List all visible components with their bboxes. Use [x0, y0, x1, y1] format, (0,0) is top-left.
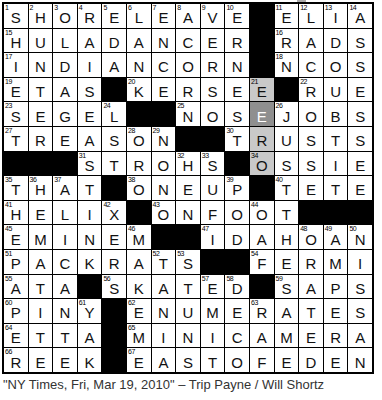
cell-r12c5[interactable]: 56S [102, 275, 126, 299]
letter-r15c4: K [85, 355, 95, 370]
cell-r7c4[interactable]: 31S [78, 152, 102, 176]
letter-r3c4: I [88, 59, 92, 74]
clue-number-1: 1 [5, 4, 8, 12]
cell-r4c1[interactable]: 19E [4, 78, 28, 102]
cell-r4c6[interactable]: 20K [127, 78, 151, 102]
puzzle-caption: "NY Times, Fri, Mar 19, 2010" – Trip Pay… [3, 377, 324, 393]
letter-r8c7: N [158, 182, 169, 197]
cell-r14c7[interactable]: I [152, 324, 176, 348]
cell-r6c12[interactable]: U [275, 127, 299, 151]
cell-r2c1[interactable]: 15H [4, 29, 28, 53]
cell-r11c5[interactable]: R [102, 250, 126, 274]
cell-r8c8[interactable]: E [176, 176, 200, 200]
letter-r2c5: D [109, 35, 120, 50]
letter-r11c7: T [159, 256, 168, 271]
cell-r2c12[interactable]: 16R [275, 29, 299, 53]
black-cell-r7c1 [4, 152, 28, 176]
letter-r3c1: I [14, 59, 18, 74]
cell-r9c4[interactable]: I [78, 201, 102, 225]
cell-r13c10[interactable]: E [225, 299, 249, 323]
cell-r8c6[interactable]: 38O [127, 176, 151, 200]
cell-r1c14[interactable]: 13I [324, 4, 348, 28]
cell-r5c2[interactable]: E [29, 102, 53, 126]
cell-r14c8[interactable]: N [176, 324, 200, 348]
clue-number-23: 23 [5, 102, 12, 110]
cell-r7c7[interactable]: O [152, 152, 176, 176]
cell-r5c11[interactable]: E [250, 102, 274, 126]
cell-r10c3[interactable]: I [53, 225, 77, 249]
cell-r8c10[interactable]: 39P [225, 176, 249, 200]
cell-r5c9[interactable]: O [201, 102, 225, 126]
cell-r3c1[interactable]: 17I [4, 53, 28, 77]
clue-number-16: 16 [276, 29, 283, 37]
cell-r11c1[interactable]: 51P [4, 250, 28, 274]
letter-r11c5: R [109, 256, 120, 271]
cell-r3c4[interactable]: I [78, 53, 102, 77]
cell-r1c6[interactable]: 6L [127, 4, 151, 28]
cell-r12c13[interactable]: A [299, 275, 323, 299]
cell-r7c11[interactable]: 34O [250, 152, 274, 176]
cell-r11c6[interactable]: A [127, 250, 151, 274]
cell-r9c1[interactable]: 41H [4, 201, 28, 225]
cell-r2c8[interactable]: C [176, 29, 200, 53]
black-cell-r12c11 [250, 275, 274, 299]
cell-r10c11[interactable]: A [250, 225, 274, 249]
cell-r10c6[interactable]: 46M [127, 225, 151, 249]
cell-r12c2[interactable]: T [29, 275, 53, 299]
letter-r2c10: R [232, 35, 243, 50]
clue-number-41: 41 [5, 201, 12, 209]
cell-r15c11[interactable]: F [250, 348, 274, 372]
letter-r2c2: U [35, 35, 46, 50]
letter-r4c6: K [134, 84, 144, 99]
cell-r14c11[interactable]: A [250, 324, 274, 348]
clue-number-40: 40 [276, 176, 283, 184]
letter-r13c8: U [183, 305, 194, 320]
cell-r7c15[interactable]: E [348, 152, 372, 176]
letter-r10c4: N [84, 232, 95, 247]
cell-r10c15[interactable]: 50N [348, 225, 372, 249]
cell-r12c14[interactable]: P [324, 275, 348, 299]
cell-r12c9[interactable]: 57E [201, 275, 225, 299]
letter-r7c13: S [306, 158, 316, 173]
clue-number-19: 19 [5, 78, 12, 86]
cell-r4c3[interactable]: A [53, 78, 77, 102]
black-cell-r7c10 [225, 152, 249, 176]
cell-r15c1[interactable]: 66R [4, 348, 28, 372]
clue-number-67: 67 [128, 348, 135, 356]
letter-r12c12: S [281, 281, 291, 296]
cell-r3c14[interactable]: O [324, 53, 348, 77]
letter-r14c12: M [280, 330, 293, 345]
cell-r4c4[interactable]: S [78, 78, 102, 102]
clue-number-31: 31 [79, 152, 86, 160]
cell-r1c13[interactable]: 12L [299, 4, 323, 28]
cell-r10c5[interactable]: E [102, 225, 126, 249]
letter-r6c14: T [331, 133, 340, 148]
clue-number-37: 37 [54, 176, 61, 184]
letter-r5c15: S [355, 109, 365, 124]
cell-r3c6[interactable]: N [127, 53, 151, 77]
cell-r13c15[interactable]: S [348, 299, 372, 323]
cell-r6c3[interactable]: E [53, 127, 77, 151]
cell-r8c9[interactable]: U [201, 176, 225, 200]
cell-r5c12[interactable]: 26J [275, 102, 299, 126]
cell-r9c7[interactable]: 43O [152, 201, 176, 225]
cell-r14c14[interactable]: R [324, 324, 348, 348]
letter-r5c10: S [232, 109, 242, 124]
cell-r12c15[interactable]: S [348, 275, 372, 299]
cell-r15c10[interactable]: O [225, 348, 249, 372]
cell-r8c14[interactable]: T [324, 176, 348, 200]
letter-r14c11: A [257, 330, 267, 345]
cell-r2c6[interactable]: A [127, 29, 151, 53]
cell-r6c6[interactable]: 28O [127, 127, 151, 151]
cell-r14c3[interactable]: T [53, 324, 77, 348]
clue-number-21: 21 [251, 78, 258, 86]
cell-r10c9[interactable]: 47I [201, 225, 225, 249]
cell-r13c9[interactable]: M [201, 299, 225, 323]
cell-r5c5[interactable]: 24L [102, 102, 126, 126]
cell-r1c8[interactable]: 8A [176, 4, 200, 28]
cell-r5c1[interactable]: 23S [4, 102, 28, 126]
cell-r4c11[interactable]: 21E [250, 78, 274, 102]
letter-r6c12: U [281, 133, 292, 148]
cell-r13c13[interactable]: T [299, 299, 323, 323]
letter-r12c9: E [208, 281, 218, 296]
letter-r1c5: E [109, 10, 119, 25]
cell-r3c12[interactable]: 18N [275, 53, 299, 77]
black-cell-r11c10 [225, 250, 249, 274]
letter-r9c5: X [109, 207, 119, 222]
cell-r1c9[interactable]: 9V [201, 4, 225, 28]
clue-number-2: 2 [30, 4, 33, 12]
letter-r4c11: E [257, 84, 267, 99]
cell-r9c10[interactable]: O [225, 201, 249, 225]
letter-r12c1: A [11, 281, 21, 296]
cell-r3c5[interactable]: A [102, 53, 126, 77]
cell-r11c11[interactable]: 54F [250, 250, 274, 274]
cell-r5c15[interactable]: S [348, 102, 372, 126]
letter-r7c14: I [334, 158, 338, 173]
letter-r8c4: T [85, 182, 94, 197]
black-cell-r9c6 [127, 201, 151, 225]
letter-r3c9: R [207, 59, 218, 74]
letter-r1c8: A [183, 10, 193, 25]
cell-r1c12[interactable]: 11E [275, 4, 299, 28]
cell-r8c2[interactable]: 36H [29, 176, 53, 200]
cell-r10c12[interactable]: H [275, 225, 299, 249]
cell-r15c14[interactable]: E [324, 348, 348, 372]
cell-r13c1[interactable]: 60P [4, 299, 28, 323]
cell-r14c9[interactable]: I [201, 324, 225, 348]
cell-r15c12[interactable]: E [275, 348, 299, 372]
cell-r8c3[interactable]: 37A [53, 176, 77, 200]
cell-r2c5[interactable]: D [102, 29, 126, 53]
letter-r13c15: S [355, 305, 365, 320]
cell-r3c2[interactable]: N [29, 53, 53, 77]
cell-r6c11[interactable]: R [250, 127, 274, 151]
cell-r13c4[interactable]: 61Y [78, 299, 102, 323]
clue-number-51: 51 [5, 250, 12, 258]
letter-r11c4: K [85, 256, 95, 271]
letter-r4c14: U [330, 84, 341, 99]
letter-r5c9: O [207, 109, 219, 124]
letter-r11c3: C [60, 256, 71, 271]
cell-r5c8[interactable]: 25N [176, 102, 200, 126]
letter-r15c8: S [183, 355, 193, 370]
cell-r6c4[interactable]: A [78, 127, 102, 151]
cell-r7c5[interactable]: T [102, 152, 126, 176]
cell-r15c7[interactable]: A [152, 348, 176, 372]
cell-r15c2[interactable]: E [29, 348, 53, 372]
cell-r11c7[interactable]: 52T [152, 250, 176, 274]
cell-r9c8[interactable]: N [176, 201, 200, 225]
cell-r7c13[interactable]: S [299, 152, 323, 176]
cell-r4c7[interactable]: E [152, 78, 176, 102]
cell-r3c3[interactable]: D [53, 53, 77, 77]
cell-r15c13[interactable]: D [299, 348, 323, 372]
letter-r6c3: E [60, 133, 70, 148]
cell-r1c15[interactable]: 14A [348, 4, 372, 28]
cell-r12c12[interactable]: 59S [275, 275, 299, 299]
cell-r3c9[interactable]: R [201, 53, 225, 77]
cell-r14c15[interactable]: A [348, 324, 372, 348]
cell-r5c14[interactable]: B [324, 102, 348, 126]
letter-r14c7: I [161, 330, 165, 345]
cell-r10c13[interactable]: 48O [299, 225, 323, 249]
cell-r6c14[interactable]: T [324, 127, 348, 151]
cell-r13c2[interactable]: I [29, 299, 53, 323]
cell-r2c13[interactable]: A [299, 29, 323, 53]
clue-number-63: 63 [251, 299, 258, 307]
cell-r2c9[interactable]: E [201, 29, 225, 53]
cell-r2c10[interactable]: R [225, 29, 249, 53]
cell-r14c2[interactable]: T [29, 324, 53, 348]
letter-r2c15: S [355, 35, 365, 50]
black-cell-r9c14 [324, 201, 348, 225]
cell-r4c10[interactable]: E [225, 78, 249, 102]
letter-r12c6: K [134, 281, 144, 296]
cell-r10c14[interactable]: 49A [324, 225, 348, 249]
letter-r13c3: N [60, 305, 71, 320]
cell-r5c4[interactable]: E [78, 102, 102, 126]
cell-r6c10[interactable]: 30T [225, 127, 249, 151]
cell-r3c10[interactable]: N [225, 53, 249, 77]
cell-r4c15[interactable]: E [348, 78, 372, 102]
cell-r11c4[interactable]: K [78, 250, 102, 274]
cell-r11c15[interactable]: I [348, 250, 372, 274]
cell-r1c3[interactable]: 3O [53, 4, 77, 28]
letter-r13c7: N [158, 305, 169, 320]
cell-r9c2[interactable]: E [29, 201, 53, 225]
cell-r14c13[interactable]: E [299, 324, 323, 348]
letter-r1c7: E [158, 10, 168, 25]
cell-r8c4[interactable]: T [78, 176, 102, 200]
cell-r1c7[interactable]: 7E [152, 4, 176, 28]
letter-r4c15: E [355, 84, 365, 99]
clue-number-53: 53 [177, 250, 184, 258]
cell-r15c3[interactable]: E [53, 348, 77, 372]
cell-r2c4[interactable]: A [78, 29, 102, 53]
cell-r8c15[interactable]: E [348, 176, 372, 200]
cell-r2c2[interactable]: U [29, 29, 53, 53]
cell-r5c13[interactable]: O [299, 102, 323, 126]
cell-r6c1[interactable]: 27T [4, 127, 28, 151]
cell-r9c9[interactable]: F [201, 201, 225, 225]
cell-r11c2[interactable]: A [29, 250, 53, 274]
cell-r2c15[interactable]: S [348, 29, 372, 53]
cell-r13c7[interactable]: N [152, 299, 176, 323]
cell-r4c13[interactable]: 22R [299, 78, 323, 102]
cell-r3c15[interactable]: S [348, 53, 372, 77]
black-cell-r11c9 [201, 250, 225, 274]
black-cell-r4c5 [102, 78, 126, 102]
cell-r13c3[interactable]: N [53, 299, 77, 323]
cell-r9c5[interactable]: 42X [102, 201, 126, 225]
cell-r11c13[interactable]: R [299, 250, 323, 274]
cell-r6c15[interactable]: S [348, 127, 372, 151]
letter-r4c1: E [11, 84, 21, 99]
cell-r3c13[interactable]: C [299, 53, 323, 77]
clue-number-6: 6 [128, 4, 131, 12]
cell-r4c9[interactable]: S [201, 78, 225, 102]
black-cell-r10c8 [176, 225, 200, 249]
cell-r4c14[interactable]: U [324, 78, 348, 102]
cell-r7c8[interactable]: 32H [176, 152, 200, 176]
cell-r2c14[interactable]: D [324, 29, 348, 53]
letter-r3c8: O [182, 59, 194, 74]
cell-r1c1[interactable]: 1S [4, 4, 28, 28]
letter-r1c12: E [281, 10, 291, 25]
cell-r7c12[interactable]: S [275, 152, 299, 176]
black-cell-r6c9 [201, 127, 225, 151]
cell-r2c7[interactable]: N [152, 29, 176, 53]
cell-r8c12[interactable]: 40T [275, 176, 299, 200]
cell-r13c14[interactable]: E [324, 299, 348, 323]
cell-r15c4[interactable]: K [78, 348, 102, 372]
cell-r11c3[interactable]: C [53, 250, 77, 274]
letter-r10c3: I [63, 232, 67, 247]
cell-r14c12[interactable]: M [275, 324, 299, 348]
cell-r2c3[interactable]: L [53, 29, 77, 53]
cell-r13c12[interactable]: A [275, 299, 299, 323]
letter-r8c2: H [35, 182, 46, 197]
letter-r3c7: C [158, 59, 169, 74]
letter-r10c12: H [281, 232, 292, 247]
clue-number-59: 59 [276, 275, 283, 283]
cell-r14c10[interactable]: C [225, 324, 249, 348]
cell-r1c10[interactable]: 10E [225, 4, 249, 28]
letter-r6c6: O [133, 133, 145, 148]
cell-r15c8[interactable]: S [176, 348, 200, 372]
cell-r4c2[interactable]: T [29, 78, 53, 102]
letter-r5c12: J [283, 109, 291, 124]
cell-r8c1[interactable]: 35T [4, 176, 28, 200]
letter-r15c11: F [257, 355, 266, 370]
letter-r1c6: L [135, 10, 143, 25]
clue-number-3: 3 [54, 4, 57, 12]
cell-r10c2[interactable]: M [29, 225, 53, 249]
letter-r11c15: I [358, 256, 362, 271]
cell-r7c6[interactable]: R [127, 152, 151, 176]
letter-r14c4: A [85, 330, 95, 345]
cell-r12c10[interactable]: 58D [225, 275, 249, 299]
cell-r10c4[interactable]: N [78, 225, 102, 249]
cell-r8c13[interactable]: E [299, 176, 323, 200]
cell-r10c10[interactable]: D [225, 225, 249, 249]
cell-r5c10[interactable]: S [225, 102, 249, 126]
cell-r1c2[interactable]: 2H [29, 4, 53, 28]
cell-r1c5[interactable]: 5E [102, 4, 126, 28]
letter-r7c6: R [133, 158, 144, 173]
cell-r14c4[interactable]: A [78, 324, 102, 348]
letter-r10c11: A [257, 232, 267, 247]
cell-r6c5[interactable]: S [102, 127, 126, 151]
cell-r9c3[interactable]: L [53, 201, 77, 225]
letter-r14c3: T [60, 330, 69, 345]
cell-r11c14[interactable]: M [324, 250, 348, 274]
letter-r5c11: E [257, 109, 267, 124]
cell-r3c7[interactable]: C [152, 53, 176, 77]
clue-number-54: 54 [251, 250, 258, 258]
clue-number-15: 15 [5, 29, 12, 37]
cell-r1c4[interactable]: 4R [78, 4, 102, 28]
cell-r9c12[interactable]: T [275, 201, 299, 225]
letter-r9c7: O [158, 207, 170, 222]
letter-r8c3: A [60, 182, 70, 197]
cell-r10c1[interactable]: 45E [4, 225, 28, 249]
cell-r15c9[interactable]: T [201, 348, 225, 372]
cell-r8c7[interactable]: N [152, 176, 176, 200]
cell-r4c8[interactable]: R [176, 78, 200, 102]
cell-r7c9[interactable]: 33S [201, 152, 225, 176]
cell-r6c7[interactable]: 29N [152, 127, 176, 151]
black-cell-r7c2 [29, 152, 53, 176]
cell-r5c3[interactable]: G [53, 102, 77, 126]
cell-r12c7[interactable]: A [152, 275, 176, 299]
letter-r13c13: T [306, 305, 315, 320]
letter-r2c13: A [306, 35, 316, 50]
cell-r12c3[interactable]: A [53, 275, 77, 299]
letter-r3c10: N [232, 59, 243, 74]
cell-r11c12[interactable]: E [275, 250, 299, 274]
cell-r14c1[interactable]: 64E [4, 324, 28, 348]
cell-r6c2[interactable]: R [29, 127, 53, 151]
letter-r5c13: O [305, 109, 317, 124]
letter-r15c2: E [35, 355, 45, 370]
letter-r5c5: L [110, 109, 118, 124]
cell-r13c11[interactable]: 63R [250, 299, 274, 323]
cell-r13c6[interactable]: 62E [127, 299, 151, 323]
cell-r15c6[interactable]: 67E [127, 348, 151, 372]
cell-r7c14[interactable]: I [324, 152, 348, 176]
letter-r6c10: T [233, 133, 242, 148]
cell-r15c15[interactable]: N [348, 348, 372, 372]
cell-r12c8[interactable]: T [176, 275, 200, 299]
letter-r6c5: S [109, 133, 119, 148]
letter-r1c4: R [84, 10, 95, 25]
cell-r14c6[interactable]: 65M [127, 324, 151, 348]
cell-r12c6[interactable]: K [127, 275, 151, 299]
cell-r3c8[interactable]: O [176, 53, 200, 77]
cell-r13c8[interactable]: U [176, 299, 200, 323]
cell-r9c11[interactable]: 44O [250, 201, 274, 225]
cell-r11c8[interactable]: 53S [176, 250, 200, 274]
cell-r6c13[interactable]: S [299, 127, 323, 151]
letter-r12c15: S [355, 281, 365, 296]
cell-r12c1[interactable]: 55A [4, 275, 28, 299]
